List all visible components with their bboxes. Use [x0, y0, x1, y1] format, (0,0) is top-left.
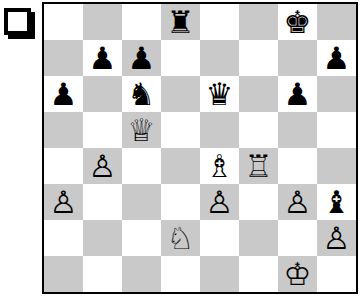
square-d1[interactable] [161, 256, 200, 292]
square-c1[interactable] [122, 256, 161, 292]
square-g5[interactable] [278, 112, 317, 148]
square-b2[interactable] [83, 220, 122, 256]
square-d6[interactable] [161, 76, 200, 112]
piece-black-pawn: ♟ [50, 76, 78, 112]
square-c5[interactable]: ♕ [122, 112, 161, 148]
piece-black-rook: ♜ [167, 4, 195, 40]
piece-white-queen: ♕ [128, 112, 156, 148]
square-d5[interactable] [161, 112, 200, 148]
piece-black-king: ♚ [284, 4, 312, 40]
square-a2[interactable] [44, 220, 83, 256]
square-b3[interactable] [83, 184, 122, 220]
square-d8[interactable]: ♜ [161, 4, 200, 40]
square-c3[interactable] [122, 184, 161, 220]
square-e2[interactable] [200, 220, 239, 256]
square-g1[interactable]: ♔ [278, 256, 317, 292]
square-b8[interactable] [83, 4, 122, 40]
square-b7[interactable]: ♟ [83, 40, 122, 76]
square-h5[interactable] [317, 112, 356, 148]
white-to-move-indicator-icon [4, 8, 31, 35]
piece-white-pawn: ♙ [50, 184, 78, 220]
piece-white-pawn: ♙ [284, 184, 312, 220]
square-b1[interactable] [83, 256, 122, 292]
piece-white-bishop: ♗ [206, 148, 234, 184]
piece-white-pawn: ♙ [89, 148, 117, 184]
piece-black-queen: ♛ [206, 76, 234, 112]
square-a6[interactable]: ♟ [44, 76, 83, 112]
square-a4[interactable] [44, 148, 83, 184]
square-f2[interactable] [239, 220, 278, 256]
square-c6[interactable]: ♞ [122, 76, 161, 112]
piece-black-pawn: ♟ [128, 40, 156, 76]
chess-board: ♜♚♟♟♟♟♞♛♟♕♙♗♖♙♙♙♝♘♙♔ [42, 2, 358, 294]
square-c7[interactable]: ♟ [122, 40, 161, 76]
square-f1[interactable] [239, 256, 278, 292]
square-e3[interactable]: ♙ [200, 184, 239, 220]
square-e8[interactable] [200, 4, 239, 40]
square-f3[interactable] [239, 184, 278, 220]
square-e7[interactable] [200, 40, 239, 76]
square-c4[interactable] [122, 148, 161, 184]
square-h4[interactable] [317, 148, 356, 184]
square-c2[interactable] [122, 220, 161, 256]
piece-white-knight: ♘ [167, 220, 195, 256]
square-f6[interactable] [239, 76, 278, 112]
square-g2[interactable] [278, 220, 317, 256]
square-b4[interactable]: ♙ [83, 148, 122, 184]
square-g6[interactable]: ♟ [278, 76, 317, 112]
square-f5[interactable] [239, 112, 278, 148]
square-f8[interactable] [239, 4, 278, 40]
square-g7[interactable] [278, 40, 317, 76]
piece-white-rook: ♖ [245, 148, 273, 184]
piece-black-bishop: ♝ [323, 184, 351, 220]
square-e5[interactable] [200, 112, 239, 148]
square-d4[interactable] [161, 148, 200, 184]
square-g3[interactable]: ♙ [278, 184, 317, 220]
square-h2[interactable]: ♙ [317, 220, 356, 256]
square-d3[interactable] [161, 184, 200, 220]
chess-diagram-page: ♜♚♟♟♟♟♞♛♟♕♙♗♖♙♙♙♝♘♙♔ [0, 0, 364, 302]
piece-black-knight: ♞ [128, 76, 156, 112]
square-g4[interactable] [278, 148, 317, 184]
square-e4[interactable]: ♗ [200, 148, 239, 184]
square-d7[interactable] [161, 40, 200, 76]
piece-white-pawn: ♙ [323, 220, 351, 256]
square-g8[interactable]: ♚ [278, 4, 317, 40]
square-f7[interactable] [239, 40, 278, 76]
square-e1[interactable] [200, 256, 239, 292]
square-a3[interactable]: ♙ [44, 184, 83, 220]
square-h3[interactable]: ♝ [317, 184, 356, 220]
square-a7[interactable] [44, 40, 83, 76]
square-a8[interactable] [44, 4, 83, 40]
square-e6[interactable]: ♛ [200, 76, 239, 112]
square-c8[interactable] [122, 4, 161, 40]
piece-white-king: ♔ [284, 256, 312, 292]
square-f4[interactable]: ♖ [239, 148, 278, 184]
square-h6[interactable] [317, 76, 356, 112]
square-a1[interactable] [44, 256, 83, 292]
piece-black-pawn: ♟ [284, 76, 312, 112]
piece-white-pawn: ♙ [206, 184, 234, 220]
piece-black-pawn: ♟ [323, 40, 351, 76]
square-d2[interactable]: ♘ [161, 220, 200, 256]
square-a5[interactable] [44, 112, 83, 148]
square-h8[interactable] [317, 4, 356, 40]
piece-black-pawn: ♟ [89, 40, 117, 76]
square-b6[interactable] [83, 76, 122, 112]
square-h1[interactable] [317, 256, 356, 292]
square-b5[interactable] [83, 112, 122, 148]
square-h7[interactable]: ♟ [317, 40, 356, 76]
